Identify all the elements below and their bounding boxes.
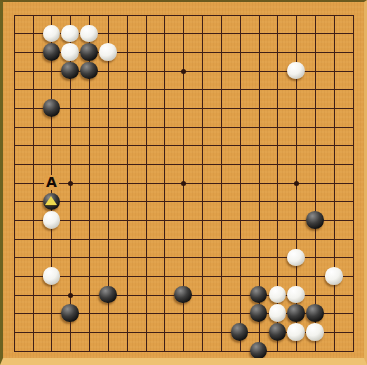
board-cell[interactable] xyxy=(249,267,268,286)
board-cell[interactable] xyxy=(230,117,249,136)
board-cell[interactable] xyxy=(268,117,287,136)
white-stone[interactable] xyxy=(43,267,61,285)
board-cell[interactable] xyxy=(23,285,42,304)
board-cell[interactable] xyxy=(287,323,306,342)
black-stone[interactable] xyxy=(250,286,268,304)
board-cell[interactable] xyxy=(136,24,155,43)
board-cell[interactable] xyxy=(193,341,212,360)
board-cell[interactable] xyxy=(155,80,174,99)
board-cell[interactable] xyxy=(23,5,42,24)
board-cell[interactable] xyxy=(136,173,155,192)
board-cell[interactable] xyxy=(287,341,306,360)
board-cell[interactable] xyxy=(343,5,362,24)
board-cell[interactable] xyxy=(324,285,343,304)
board-cell[interactable] xyxy=(343,267,362,286)
board-cell[interactable] xyxy=(249,43,268,62)
board-cell[interactable] xyxy=(306,24,325,43)
board-cell[interactable] xyxy=(117,61,136,80)
board-cell[interactable] xyxy=(230,211,249,230)
board-cell[interactable] xyxy=(324,248,343,267)
board-cell[interactable] xyxy=(42,304,61,323)
board-cell[interactable] xyxy=(268,61,287,80)
board-cell[interactable] xyxy=(42,80,61,99)
board-cell[interactable] xyxy=(287,5,306,24)
board-cell[interactable] xyxy=(211,248,230,267)
black-stone[interactable] xyxy=(61,62,79,80)
board-cell[interactable] xyxy=(98,304,117,323)
board-cell[interactable] xyxy=(193,24,212,43)
board-cell[interactable] xyxy=(193,248,212,267)
board-cell[interactable] xyxy=(249,304,268,323)
board-cell[interactable] xyxy=(136,323,155,342)
board-cell[interactable] xyxy=(98,192,117,211)
white-stone[interactable] xyxy=(306,323,324,341)
board-cell[interactable] xyxy=(174,323,193,342)
board-cell[interactable] xyxy=(268,341,287,360)
board-cell[interactable] xyxy=(193,61,212,80)
board-cell[interactable] xyxy=(117,304,136,323)
board-cell[interactable] xyxy=(42,43,61,62)
board-cell[interactable] xyxy=(230,304,249,323)
board-cell[interactable] xyxy=(306,285,325,304)
board-cell[interactable] xyxy=(136,304,155,323)
board-cell[interactable] xyxy=(324,192,343,211)
board-cell[interactable] xyxy=(249,229,268,248)
board-cell[interactable] xyxy=(193,173,212,192)
white-stone[interactable] xyxy=(99,43,117,61)
board-cell[interactable] xyxy=(61,229,80,248)
board-cell[interactable] xyxy=(306,80,325,99)
board-cell[interactable] xyxy=(61,24,80,43)
board-cell[interactable] xyxy=(249,136,268,155)
board-cell[interactable] xyxy=(98,211,117,230)
board-cell[interactable] xyxy=(42,155,61,174)
board-cell[interactable] xyxy=(306,173,325,192)
board-cell[interactable] xyxy=(23,341,42,360)
black-stone[interactable] xyxy=(269,323,287,341)
board-cell[interactable] xyxy=(174,117,193,136)
board-cell[interactable] xyxy=(61,285,80,304)
board-cell[interactable] xyxy=(193,267,212,286)
board-cell[interactable] xyxy=(23,61,42,80)
board-cell[interactable] xyxy=(98,43,117,62)
board-cell[interactable] xyxy=(136,155,155,174)
board-cell[interactable] xyxy=(136,43,155,62)
board-cell[interactable] xyxy=(136,285,155,304)
board-cell[interactable] xyxy=(155,248,174,267)
board-cell[interactable] xyxy=(117,173,136,192)
board-cell[interactable] xyxy=(249,173,268,192)
board-cell[interactable] xyxy=(193,285,212,304)
board-cell[interactable] xyxy=(117,99,136,118)
board-cell[interactable] xyxy=(80,5,99,24)
board-cell[interactable] xyxy=(42,136,61,155)
black-stone[interactable] xyxy=(43,99,61,117)
board-cell[interactable] xyxy=(211,117,230,136)
board-cell[interactable] xyxy=(343,80,362,99)
black-stone[interactable] xyxy=(174,286,192,304)
board-cell[interactable] xyxy=(136,117,155,136)
board-cell[interactable] xyxy=(268,267,287,286)
board-cell[interactable] xyxy=(306,5,325,24)
board-cell[interactable] xyxy=(42,229,61,248)
board-cell[interactable] xyxy=(211,5,230,24)
board-cell[interactable] xyxy=(268,229,287,248)
board-cell[interactable] xyxy=(4,155,23,174)
board-cell[interactable] xyxy=(211,99,230,118)
board-cell[interactable] xyxy=(324,80,343,99)
black-stone[interactable] xyxy=(250,304,268,322)
board-cell[interactable] xyxy=(23,211,42,230)
board-cell[interactable] xyxy=(249,341,268,360)
board-cell[interactable] xyxy=(211,304,230,323)
board-cell[interactable] xyxy=(324,5,343,24)
board-cell[interactable] xyxy=(117,155,136,174)
board-cell[interactable] xyxy=(98,5,117,24)
board-cell[interactable] xyxy=(117,267,136,286)
board-cell[interactable] xyxy=(306,248,325,267)
board-cell[interactable] xyxy=(268,304,287,323)
board-cell[interactable] xyxy=(230,61,249,80)
board-cell[interactable] xyxy=(42,192,61,211)
board-cell[interactable] xyxy=(80,285,99,304)
board-cell[interactable] xyxy=(42,211,61,230)
board-cell[interactable] xyxy=(174,5,193,24)
board-cell[interactable] xyxy=(211,267,230,286)
board-cell[interactable] xyxy=(117,5,136,24)
board-cell[interactable] xyxy=(230,173,249,192)
board-cell[interactable] xyxy=(230,80,249,99)
board-cell[interactable] xyxy=(136,99,155,118)
board-cell[interactable] xyxy=(136,341,155,360)
board-cell[interactable] xyxy=(287,285,306,304)
board-cell[interactable] xyxy=(287,99,306,118)
board-cell[interactable] xyxy=(306,192,325,211)
board-cell[interactable] xyxy=(136,80,155,99)
board-cell[interactable] xyxy=(211,155,230,174)
board-cell[interactable] xyxy=(306,43,325,62)
board-cell[interactable] xyxy=(343,99,362,118)
black-stone[interactable] xyxy=(61,304,79,322)
white-stone[interactable] xyxy=(287,323,305,341)
board-cell[interactable] xyxy=(268,192,287,211)
board-cell[interactable] xyxy=(306,304,325,323)
board-cell[interactable] xyxy=(136,5,155,24)
board-cell[interactable] xyxy=(193,99,212,118)
board-cell[interactable] xyxy=(4,285,23,304)
board-cell[interactable] xyxy=(193,192,212,211)
board-cell[interactable] xyxy=(23,304,42,323)
board-cell[interactable] xyxy=(174,341,193,360)
black-stone[interactable] xyxy=(80,43,98,61)
board-cell[interactable] xyxy=(4,173,23,192)
board-cell[interactable] xyxy=(287,24,306,43)
board-cell[interactable] xyxy=(343,117,362,136)
board-cell[interactable] xyxy=(306,117,325,136)
board-cell[interactable] xyxy=(343,136,362,155)
board-cell[interactable] xyxy=(211,211,230,230)
board-cell[interactable] xyxy=(155,24,174,43)
board-cell[interactable] xyxy=(306,229,325,248)
board-cell[interactable] xyxy=(230,323,249,342)
board-cell[interactable] xyxy=(324,267,343,286)
board-cell[interactable] xyxy=(287,43,306,62)
board-cell[interactable] xyxy=(80,304,99,323)
board-cell[interactable] xyxy=(80,155,99,174)
board-cell[interactable] xyxy=(230,5,249,24)
board-cell[interactable] xyxy=(211,61,230,80)
board-cell[interactable] xyxy=(136,248,155,267)
board-cell[interactable] xyxy=(98,248,117,267)
board-cell[interactable] xyxy=(174,173,193,192)
board-cell[interactable] xyxy=(98,80,117,99)
board-cell[interactable] xyxy=(287,248,306,267)
board-cell[interactable] xyxy=(61,341,80,360)
board-cell[interactable] xyxy=(343,285,362,304)
board-cell[interactable] xyxy=(80,24,99,43)
board-cell[interactable] xyxy=(174,304,193,323)
board-cell[interactable] xyxy=(343,173,362,192)
board-cell[interactable] xyxy=(230,341,249,360)
board-cell[interactable] xyxy=(136,229,155,248)
board-cell[interactable] xyxy=(117,285,136,304)
board-cell[interactable] xyxy=(98,229,117,248)
board-cell[interactable] xyxy=(268,155,287,174)
board-cell[interactable] xyxy=(80,192,99,211)
board-cell[interactable] xyxy=(155,99,174,118)
board-cell[interactable] xyxy=(42,61,61,80)
board-cell[interactable] xyxy=(306,267,325,286)
board-cell[interactable] xyxy=(98,285,117,304)
board-cell[interactable] xyxy=(324,173,343,192)
board-cell[interactable] xyxy=(4,80,23,99)
board-cell[interactable] xyxy=(287,117,306,136)
board-cell[interactable] xyxy=(136,211,155,230)
board-cell[interactable] xyxy=(174,192,193,211)
white-stone[interactable] xyxy=(325,267,343,285)
board-cell[interactable] xyxy=(193,323,212,342)
board-cell[interactable] xyxy=(98,173,117,192)
board-cell[interactable] xyxy=(98,24,117,43)
board-cell[interactable] xyxy=(249,155,268,174)
board-cell[interactable] xyxy=(193,5,212,24)
board-cell[interactable] xyxy=(155,43,174,62)
board-cell[interactable] xyxy=(42,285,61,304)
board-cell[interactable] xyxy=(61,117,80,136)
board-cell[interactable] xyxy=(343,248,362,267)
white-stone[interactable] xyxy=(269,304,287,322)
board-cell[interactable] xyxy=(61,5,80,24)
board-cell[interactable] xyxy=(136,61,155,80)
board-cell[interactable] xyxy=(287,80,306,99)
board-cell[interactable] xyxy=(268,248,287,267)
board-cell[interactable] xyxy=(287,229,306,248)
board-cell[interactable] xyxy=(174,43,193,62)
board-cell[interactable] xyxy=(324,24,343,43)
board-cell[interactable] xyxy=(268,323,287,342)
board-cell[interactable] xyxy=(155,285,174,304)
board-cell[interactable] xyxy=(4,99,23,118)
board-cell[interactable] xyxy=(193,43,212,62)
board-cell[interactable] xyxy=(249,5,268,24)
board-cell[interactable] xyxy=(23,248,42,267)
board-cell[interactable] xyxy=(80,323,99,342)
board-cell[interactable] xyxy=(268,24,287,43)
board-cell[interactable] xyxy=(211,341,230,360)
white-stone[interactable] xyxy=(61,43,79,61)
board-cell[interactable] xyxy=(174,248,193,267)
board-cell[interactable] xyxy=(211,24,230,43)
board-cell[interactable] xyxy=(23,80,42,99)
board-cell[interactable] xyxy=(211,192,230,211)
board-cell[interactable] xyxy=(136,192,155,211)
board-cell[interactable] xyxy=(80,173,99,192)
board-cell[interactable] xyxy=(98,136,117,155)
board-cell[interactable] xyxy=(306,341,325,360)
board-cell[interactable] xyxy=(324,229,343,248)
white-stone[interactable] xyxy=(287,286,305,304)
board-cell[interactable] xyxy=(193,136,212,155)
board-cell[interactable] xyxy=(230,192,249,211)
black-stone[interactable] xyxy=(43,43,61,61)
board-cell[interactable] xyxy=(230,285,249,304)
board-cell[interactable] xyxy=(324,61,343,80)
board-cell[interactable] xyxy=(343,304,362,323)
board-cell[interactable] xyxy=(211,43,230,62)
board-cell[interactable] xyxy=(306,61,325,80)
black-stone[interactable] xyxy=(80,62,98,80)
board-cell[interactable] xyxy=(174,99,193,118)
board-cell[interactable] xyxy=(23,173,42,192)
board-cell[interactable] xyxy=(343,155,362,174)
black-stone[interactable] xyxy=(99,286,117,304)
board-cell[interactable] xyxy=(61,192,80,211)
board-cell[interactable] xyxy=(230,99,249,118)
board-cell[interactable] xyxy=(61,80,80,99)
board-cell[interactable] xyxy=(249,80,268,99)
board-cell[interactable] xyxy=(287,267,306,286)
board-cell[interactable] xyxy=(98,99,117,118)
board-cell[interactable] xyxy=(343,211,362,230)
board-cell[interactable] xyxy=(80,248,99,267)
board-cell[interactable] xyxy=(4,136,23,155)
board-cell[interactable] xyxy=(42,267,61,286)
board-cell[interactable] xyxy=(42,323,61,342)
board-cell[interactable] xyxy=(61,304,80,323)
black-stone[interactable] xyxy=(306,211,324,229)
board-cell[interactable] xyxy=(249,99,268,118)
board-cell[interactable] xyxy=(61,43,80,62)
board-cell[interactable] xyxy=(23,117,42,136)
board-cell[interactable] xyxy=(4,192,23,211)
board-cell[interactable] xyxy=(193,211,212,230)
board-cell[interactable] xyxy=(23,136,42,155)
board-cell[interactable] xyxy=(174,80,193,99)
white-stone[interactable] xyxy=(287,249,305,267)
board-cell[interactable] xyxy=(268,99,287,118)
board-cell[interactable] xyxy=(268,5,287,24)
board-cell[interactable] xyxy=(287,173,306,192)
board-cell[interactable] xyxy=(174,229,193,248)
board-cell[interactable] xyxy=(230,267,249,286)
board-cell[interactable]: A xyxy=(42,173,61,192)
board-cell[interactable] xyxy=(61,61,80,80)
board-cell[interactable] xyxy=(155,61,174,80)
board-cell[interactable] xyxy=(174,24,193,43)
board-cell[interactable] xyxy=(117,24,136,43)
board-cell[interactable] xyxy=(155,136,174,155)
board-cell[interactable] xyxy=(211,80,230,99)
board-cell[interactable] xyxy=(211,173,230,192)
board-cell[interactable] xyxy=(61,99,80,118)
board-cell[interactable] xyxy=(117,43,136,62)
board-cell[interactable] xyxy=(4,5,23,24)
board-cell[interactable] xyxy=(174,285,193,304)
board-cell[interactable] xyxy=(268,43,287,62)
board-cell[interactable] xyxy=(306,155,325,174)
board-cell[interactable] xyxy=(98,61,117,80)
board-cell[interactable] xyxy=(324,99,343,118)
board-cell[interactable] xyxy=(136,136,155,155)
board-cell[interactable] xyxy=(117,80,136,99)
board-cell[interactable] xyxy=(61,155,80,174)
board-cell[interactable] xyxy=(230,155,249,174)
board-cell[interactable] xyxy=(42,24,61,43)
board-cell[interactable] xyxy=(249,117,268,136)
board-cell[interactable] xyxy=(23,155,42,174)
board-cell[interactable] xyxy=(268,80,287,99)
board-cell[interactable] xyxy=(268,285,287,304)
board-cell[interactable] xyxy=(324,155,343,174)
board-cell[interactable] xyxy=(249,192,268,211)
board-cell[interactable] xyxy=(136,267,155,286)
board-cell[interactable] xyxy=(174,61,193,80)
board-cell[interactable] xyxy=(249,24,268,43)
board-cell[interactable] xyxy=(343,192,362,211)
board-cell[interactable] xyxy=(249,323,268,342)
board-cell[interactable] xyxy=(155,211,174,230)
board-cell[interactable] xyxy=(193,229,212,248)
board-cell[interactable] xyxy=(249,211,268,230)
board-cell[interactable] xyxy=(324,43,343,62)
board-cell[interactable] xyxy=(343,24,362,43)
board-cell[interactable] xyxy=(155,304,174,323)
black-stone[interactable] xyxy=(43,193,61,211)
board-cell[interactable] xyxy=(193,155,212,174)
black-stone[interactable] xyxy=(231,323,249,341)
board-cell[interactable] xyxy=(287,192,306,211)
board-cell[interactable] xyxy=(80,211,99,230)
board-cell[interactable] xyxy=(230,229,249,248)
board-cell[interactable] xyxy=(42,341,61,360)
board-cell[interactable] xyxy=(23,24,42,43)
board-cell[interactable] xyxy=(230,24,249,43)
board-cell[interactable] xyxy=(4,248,23,267)
board-cell[interactable] xyxy=(4,24,23,43)
board-cell[interactable] xyxy=(117,248,136,267)
board-cell[interactable] xyxy=(80,43,99,62)
board-cell[interactable] xyxy=(117,211,136,230)
board-cell[interactable] xyxy=(4,304,23,323)
board-cell[interactable] xyxy=(23,323,42,342)
board-cell[interactable] xyxy=(174,136,193,155)
board-cell[interactable] xyxy=(4,117,23,136)
board-cell[interactable] xyxy=(174,155,193,174)
board-cell[interactable] xyxy=(174,267,193,286)
board-cell[interactable] xyxy=(80,229,99,248)
board-cell[interactable] xyxy=(324,117,343,136)
board-cell[interactable] xyxy=(98,117,117,136)
